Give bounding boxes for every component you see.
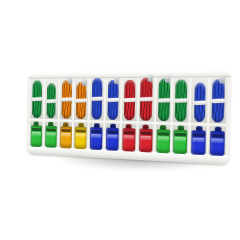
whistle-highlight — [175, 137, 187, 142]
whistle-body — [106, 128, 119, 151]
whistle-red — [139, 125, 153, 153]
whistle-body — [173, 130, 187, 155]
cord-wrap-band — [60, 98, 72, 102]
cord-compartment — [122, 78, 138, 122]
lanyard-cord-coil-orange — [76, 82, 87, 119]
cord-compartment — [191, 77, 208, 123]
whistle-sound-slot — [140, 132, 151, 135]
cord-wrap-band — [123, 98, 136, 102]
cord-wrap-band — [46, 99, 57, 103]
compartment-2 — [44, 78, 58, 147]
cord-compartment — [90, 78, 105, 120]
cord-compartment — [30, 79, 43, 119]
cord-compartment — [59, 78, 73, 119]
cord-wrap-band — [157, 98, 171, 102]
lanyard-cord-coil-blue — [212, 79, 225, 122]
lanyard-cord-coil-red — [140, 78, 153, 121]
compartment-11 — [190, 77, 208, 155]
whistle-compartment — [59, 122, 73, 148]
whistle-blue — [90, 123, 103, 150]
whistle-body — [191, 130, 206, 155]
cord-wrap-band — [174, 99, 188, 104]
cord-compartment — [209, 77, 227, 123]
whistle-highlight — [193, 138, 205, 143]
whistle-compartment — [172, 125, 188, 154]
whistle-green — [31, 121, 43, 147]
whistle-sound-slot — [211, 134, 223, 138]
cord-wrap-band — [31, 98, 42, 102]
whistle-sound-slot — [32, 128, 41, 131]
whistle-sound-slot — [76, 129, 86, 132]
lanyard-cord-coil-orange — [61, 80, 72, 118]
whistle-sound-slot — [193, 133, 205, 137]
whistle-compartment — [209, 126, 226, 156]
cord-compartment — [156, 78, 172, 123]
whistle-body — [45, 126, 57, 148]
compartment-6 — [105, 78, 121, 151]
whistle-compartment — [44, 122, 57, 148]
lanyard-cord-coil-green — [158, 79, 170, 122]
cord-metal-clip — [114, 77, 119, 84]
compartment-4 — [74, 78, 89, 149]
whistle-body — [75, 127, 87, 150]
lanyard-cord-coil-green — [175, 80, 188, 122]
whistle-compartment — [155, 125, 171, 153]
cord-compartment — [45, 78, 59, 119]
whistle-body — [156, 129, 170, 153]
lanyard-cord-coil-blue — [92, 78, 103, 119]
whistle-blue — [106, 124, 119, 151]
whistle-sound-slot — [107, 131, 118, 134]
lanyard-cord-coil-green — [32, 80, 42, 118]
whistle-yellow — [75, 123, 87, 150]
cord-wrap-band — [139, 97, 153, 101]
whistle-red — [122, 124, 135, 152]
cord-compartment — [106, 78, 121, 121]
compartment-3 — [59, 78, 74, 148]
whistle-sound-slot — [175, 133, 187, 137]
whistle-highlight — [211, 138, 223, 143]
whistle-compartment — [89, 123, 103, 150]
whistle-body — [90, 127, 103, 150]
whistle-green — [45, 122, 57, 148]
cord-wrap-band — [211, 99, 226, 104]
whistle-sound-slot — [157, 132, 168, 135]
whistle-sound-slot — [123, 131, 134, 134]
whistle-compartment — [30, 121, 43, 147]
whistle-highlight — [157, 136, 169, 141]
cord-wrap-band — [107, 98, 120, 102]
whistle-body — [60, 126, 72, 148]
product-photo — [0, 0, 240, 240]
whistle-sound-slot — [46, 128, 56, 131]
cord-compartment — [173, 77, 190, 122]
whistle-highlight — [46, 132, 56, 136]
cord-wrap-band — [91, 97, 103, 101]
compartment-12 — [209, 77, 227, 156]
whistle-highlight — [91, 134, 101, 138]
whistle-highlight — [61, 133, 71, 137]
cord-metal-clip — [82, 79, 87, 86]
whistle-tray — [27, 71, 231, 165]
compartment-1 — [30, 79, 44, 148]
cord-metal-clip — [147, 75, 152, 82]
cord-wrap-band — [193, 101, 206, 106]
whistle-body — [210, 131, 225, 156]
whistle-highlight — [76, 133, 86, 137]
cord-metal-clip — [67, 77, 72, 84]
tray-grid — [30, 77, 227, 154]
whistle-compartment — [105, 124, 120, 151]
whistle-compartment — [74, 123, 88, 150]
compartment-7 — [121, 78, 137, 152]
lanyard-cord-coil-blue — [107, 80, 118, 120]
whistle-sound-slot — [91, 130, 101, 133]
cord-wrap-band — [76, 99, 88, 103]
whistle-blue — [210, 127, 225, 157]
whistle-body — [31, 125, 42, 147]
whistle-highlight — [32, 132, 41, 136]
whistle-green — [156, 125, 170, 153]
whistle-highlight — [107, 134, 118, 138]
whistle-body — [122, 128, 135, 152]
compartment-9 — [155, 78, 172, 154]
compartment-10 — [172, 77, 189, 154]
whistle-sound-slot — [61, 129, 71, 132]
cord-compartment — [74, 78, 88, 120]
compartment-5 — [89, 78, 104, 150]
cord-metal-clip — [219, 76, 225, 84]
whistle-compartment — [190, 126, 207, 155]
whistle-highlight — [123, 135, 134, 139]
compartment-8 — [138, 78, 155, 153]
whistle-compartment — [121, 124, 136, 152]
whistle-green — [173, 125, 187, 154]
whistle-compartment — [138, 124, 154, 152]
whistle-orange-yellow — [60, 122, 72, 148]
whistle-highlight — [140, 136, 151, 140]
whistle-blue — [191, 126, 206, 155]
cord-metal-clip — [165, 76, 170, 83]
lanyard-cord-coil-green — [47, 83, 56, 118]
lanyard-cord-coil-blue — [194, 83, 206, 122]
whistle-body — [139, 129, 153, 153]
cord-compartment — [138, 78, 154, 122]
lanyard-cord-coil-red — [124, 80, 136, 120]
